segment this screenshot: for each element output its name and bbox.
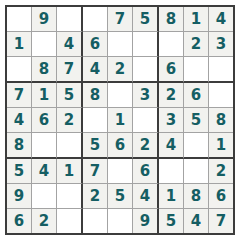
sudoku-cell-r3c5: 2 (108, 57, 133, 83)
sudoku-cell-r8c4: 2 (83, 184, 108, 209)
sudoku-cell-r6c1: 8 (7, 133, 32, 159)
sudoku-cell-r3c8[interactable] (184, 57, 209, 83)
sudoku-cell-r3c7: 6 (159, 57, 184, 83)
sudoku-cell-r1c4[interactable] (83, 7, 108, 32)
sudoku-cell-r2c5[interactable] (108, 32, 133, 57)
sudoku-cell-r5c3: 2 (57, 108, 83, 133)
sudoku-cell-r4c4: 8 (83, 83, 108, 108)
sudoku-cell-r1c5: 7 (108, 7, 133, 32)
sudoku-cell-r6c7: 4 (159, 133, 184, 159)
sudoku-cell-r1c3[interactable] (57, 7, 83, 32)
sudoku-cell-r5c8: 5 (184, 108, 209, 133)
sudoku-cell-r6c5: 6 (108, 133, 133, 159)
sudoku-cell-r4c2: 1 (32, 83, 57, 108)
sudoku-cell-r1c8: 1 (184, 7, 209, 32)
sudoku-cell-r2c7[interactable] (159, 32, 184, 57)
sudoku-cell-r3c3: 7 (57, 57, 83, 83)
sudoku-cell-r1c6: 5 (133, 7, 159, 32)
sudoku-cell-r3c6[interactable] (133, 57, 159, 83)
sudoku-cell-r7c2: 4 (32, 159, 57, 184)
sudoku-cell-r7c4: 7 (83, 159, 108, 184)
sudoku-cell-r7c8[interactable] (184, 159, 209, 184)
sudoku-cell-r8c2[interactable] (32, 184, 57, 209)
sudoku-cell-r2c2[interactable] (32, 32, 57, 57)
sudoku-cell-r9c6: 9 (133, 209, 159, 233)
sudoku-cell-r9c2: 2 (32, 209, 57, 233)
sudoku-cell-r5c1: 4 (7, 108, 32, 133)
sudoku-cell-r9c4[interactable] (83, 209, 108, 233)
sudoku-cell-r5c4[interactable] (83, 108, 108, 133)
sudoku-cell-r5c5: 1 (108, 108, 133, 133)
sudoku-cell-r1c2: 9 (32, 7, 57, 32)
sudoku-cell-r9c3[interactable] (57, 209, 83, 233)
sudoku-cell-r2c3: 4 (57, 32, 83, 57)
sudoku-cell-r2c1: 1 (7, 32, 32, 57)
sudoku-cell-r4c7: 2 (159, 83, 184, 108)
sudoku-cell-r5c9: 8 (209, 108, 233, 133)
sudoku-cell-r7c1: 5 (7, 159, 32, 184)
sudoku-cell-r9c5[interactable] (108, 209, 133, 233)
sudoku-cell-r1c7: 8 (159, 7, 184, 32)
sudoku-cell-r5c6[interactable] (133, 108, 159, 133)
sudoku-cell-r4c8: 6 (184, 83, 209, 108)
sudoku-cell-r6c8[interactable] (184, 133, 209, 159)
sudoku-cell-r3c9[interactable] (209, 57, 233, 83)
page: 9758141462387426715832646213588562415417… (0, 0, 240, 240)
sudoku-cell-r6c2[interactable] (32, 133, 57, 159)
sudoku-cell-r3c1[interactable] (7, 57, 32, 83)
sudoku-cell-r4c6: 3 (133, 83, 159, 108)
sudoku-cell-r7c9: 2 (209, 159, 233, 184)
sudoku-cell-r6c9: 1 (209, 133, 233, 159)
sudoku-cell-r6c6: 2 (133, 133, 159, 159)
sudoku-cell-r4c1: 7 (7, 83, 32, 108)
sudoku-cell-r1c9: 4 (209, 7, 233, 32)
sudoku-cell-r2c8: 2 (184, 32, 209, 57)
sudoku-cell-r7c5[interactable] (108, 159, 133, 184)
sudoku-cell-r7c7[interactable] (159, 159, 184, 184)
sudoku-cell-r8c6: 4 (133, 184, 159, 209)
sudoku-cell-r8c3[interactable] (57, 184, 83, 209)
sudoku-cell-r8c8: 8 (184, 184, 209, 209)
sudoku-cell-r4c9[interactable] (209, 83, 233, 108)
sudoku-cell-r3c2: 8 (32, 57, 57, 83)
sudoku-cell-r9c1: 6 (7, 209, 32, 233)
sudoku-cell-r4c3: 5 (57, 83, 83, 108)
sudoku-cell-r2c4: 6 (83, 32, 108, 57)
sudoku-cell-r8c1: 9 (7, 184, 32, 209)
sudoku-board: 9758141462387426715832646213588562415417… (5, 5, 235, 235)
sudoku-cell-r4c5[interactable] (108, 83, 133, 108)
sudoku-cell-r1c1[interactable] (7, 7, 32, 32)
sudoku-cell-r9c7: 5 (159, 209, 184, 233)
sudoku-cell-r8c7: 1 (159, 184, 184, 209)
sudoku-cell-r5c7: 3 (159, 108, 184, 133)
sudoku-cell-r7c6: 6 (133, 159, 159, 184)
sudoku-cell-r6c3[interactable] (57, 133, 83, 159)
sudoku-cell-r9c9: 7 (209, 209, 233, 233)
sudoku-cell-r5c2: 6 (32, 108, 57, 133)
sudoku-cell-r6c4: 5 (83, 133, 108, 159)
sudoku-cell-r8c5: 5 (108, 184, 133, 209)
sudoku-cell-r2c6[interactable] (133, 32, 159, 57)
sudoku-cell-r2c9: 3 (209, 32, 233, 57)
sudoku-cell-r3c4: 4 (83, 57, 108, 83)
sudoku-cell-r8c9: 6 (209, 184, 233, 209)
sudoku-cell-r9c8: 4 (184, 209, 209, 233)
sudoku-cell-r7c3: 1 (57, 159, 83, 184)
